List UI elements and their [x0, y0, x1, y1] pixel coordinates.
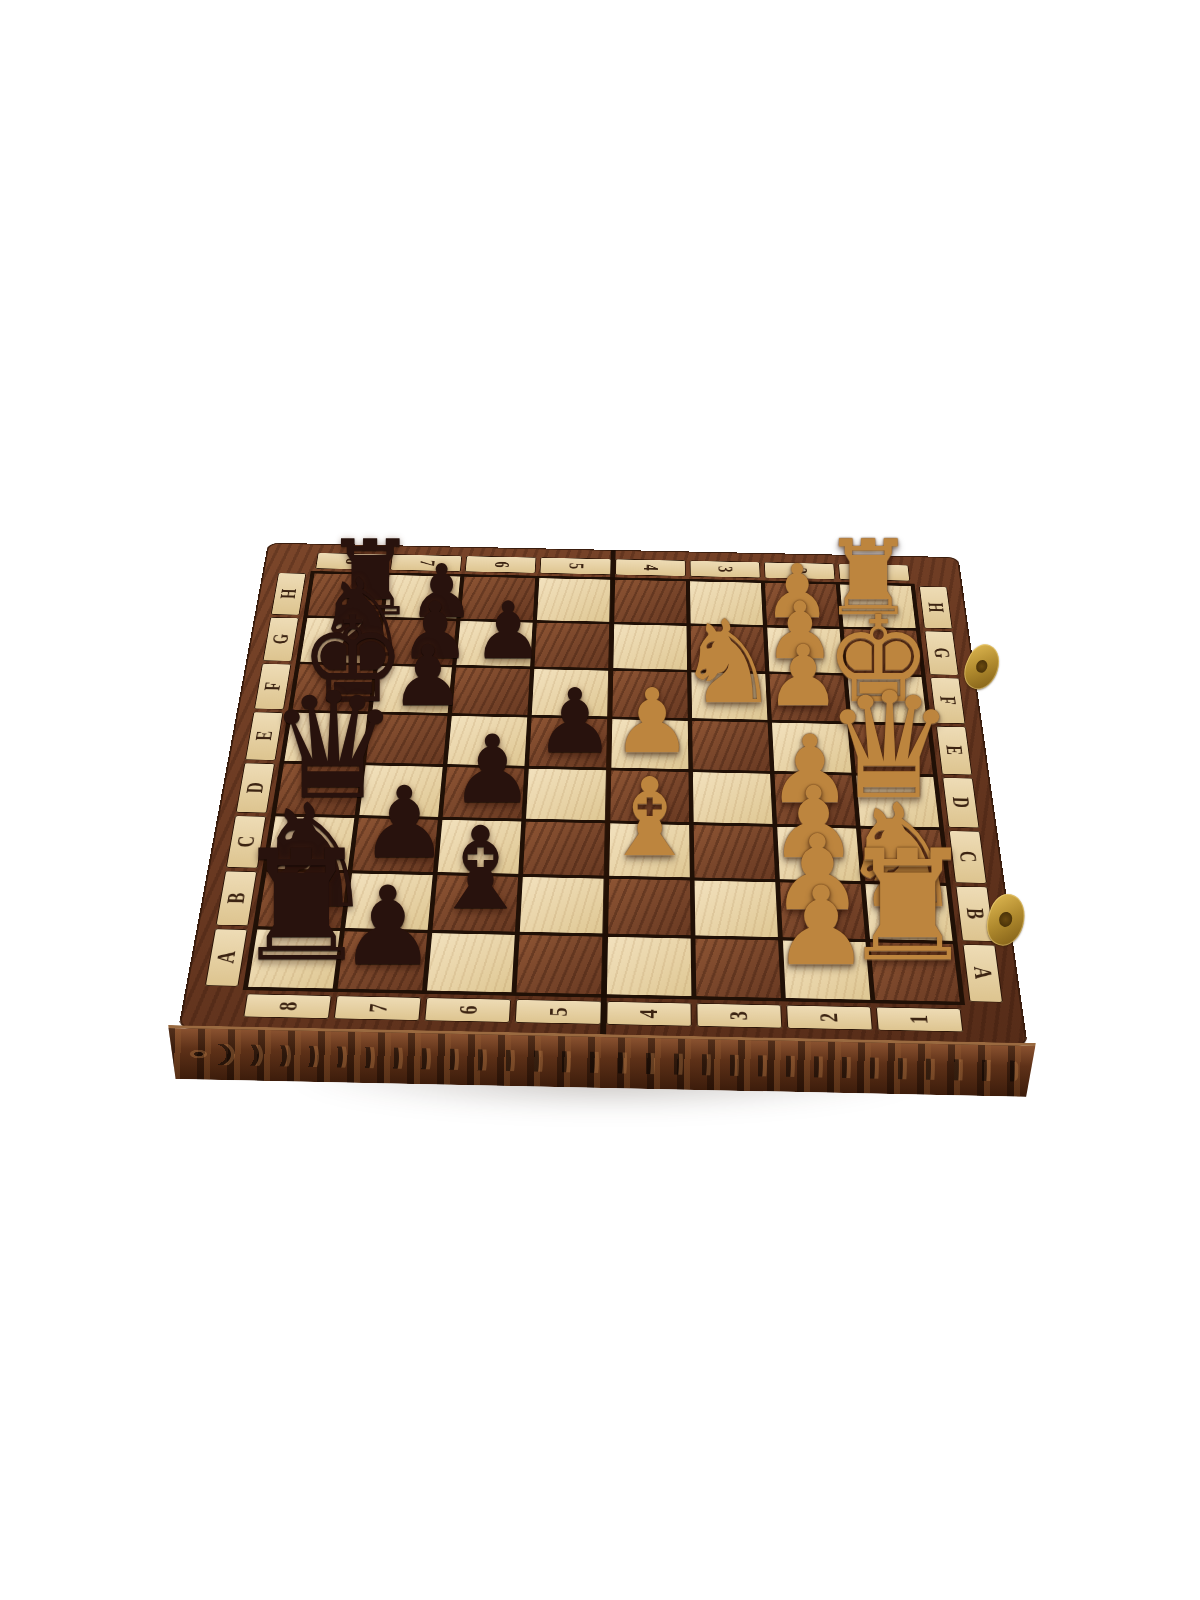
board-square-a4: [606, 937, 691, 996]
board-square-d1: [856, 775, 939, 827]
carved-rope-pattern: [185, 1044, 1019, 1082]
board-square-e1: [852, 724, 933, 774]
rank-label-text: 7: [414, 560, 439, 567]
rank-label: 8: [315, 553, 388, 571]
file-label-text: C: [231, 835, 261, 847]
rank-label: 5: [515, 999, 601, 1024]
file-label-text: B: [221, 892, 251, 904]
board-square-d7: [359, 765, 442, 817]
board-square-f4: [612, 671, 687, 718]
board-square-h2: [765, 583, 839, 627]
board-square-c4: [609, 823, 690, 877]
board-square-e7: [366, 714, 448, 763]
rank-label: 3: [696, 1003, 782, 1028]
rank-label-text: 1: [904, 1015, 935, 1025]
board-square-b4: [608, 879, 691, 936]
board-square-c2: [777, 827, 860, 881]
board-square-e8: [284, 713, 367, 762]
board-square-f7: [372, 666, 452, 713]
board-square-a1: [870, 942, 960, 1001]
rank-label-text: 8: [339, 558, 364, 565]
file-label-text: D: [946, 796, 975, 808]
board-square-g8: [300, 618, 379, 663]
file-label: H: [919, 586, 953, 629]
file-label-text: A: [967, 966, 998, 979]
rank-label-text: 7: [363, 1003, 394, 1013]
board-square-c7: [353, 818, 439, 872]
wooden-chessboard: 87654321 87654321 HGFEDCBA HGFEDCBA: [178, 543, 1028, 1047]
board-square-c3: [693, 825, 775, 879]
board-square-d4: [610, 770, 689, 822]
board-square-h1: [840, 584, 916, 628]
file-label: E: [245, 712, 283, 760]
board-square-e4: [611, 719, 688, 768]
board-square-e3: [692, 721, 770, 771]
rank-label: 5: [540, 557, 611, 575]
board-square-d3: [693, 772, 773, 824]
board-square-a5: [517, 935, 603, 994]
board-square-g4: [613, 624, 687, 669]
board-square-a6: [427, 933, 515, 992]
file-label: C: [949, 830, 987, 883]
file-label: F: [254, 664, 291, 710]
board-square-h3: [690, 581, 763, 625]
file-label-text: D: [241, 782, 270, 793]
file-label-text: G: [928, 648, 955, 659]
rank-label-text: 4: [638, 564, 663, 571]
rank-label-text: 2: [814, 1013, 844, 1023]
rank-label: 6: [424, 997, 511, 1022]
file-label-text: F: [259, 682, 286, 691]
rank-label-text: 3: [724, 1011, 754, 1021]
board-square-f8: [293, 664, 374, 711]
rank-label: 1: [838, 564, 910, 582]
board-square-f1: [848, 676, 927, 724]
rank-label: 2: [764, 562, 836, 580]
board-square-h8: [308, 573, 386, 617]
board-square-b8: [258, 871, 348, 927]
rank-label: 3: [689, 560, 760, 578]
rank-label-text: 3: [712, 566, 737, 573]
file-label: D: [942, 777, 979, 828]
file-label-text: A: [211, 951, 242, 964]
rank-label-text: 1: [861, 569, 886, 576]
file-label: F: [930, 678, 965, 725]
rank-label: 4: [606, 1001, 692, 1026]
product-photo-background: 87654321 87654321 HGFEDCBA HGFEDCBA ♜♞♚♛…: [0, 0, 1200, 1600]
file-label-text: B: [960, 908, 990, 920]
board-square-g3: [690, 626, 765, 671]
rank-label: 2: [786, 1005, 873, 1030]
board-square-e6: [448, 716, 528, 765]
board-square-b7: [345, 873, 433, 929]
file-label: A: [963, 944, 1003, 1002]
rank-label: 6: [465, 556, 537, 574]
rank-label: 7: [390, 554, 462, 572]
board-square-g2: [767, 628, 843, 674]
board-square-c6: [438, 820, 522, 874]
board-square-g6: [457, 621, 533, 666]
board-square-f3: [691, 673, 767, 720]
board-square-b2: [780, 882, 865, 939]
file-label-text: F: [934, 696, 961, 705]
board-square-c5: [523, 821, 605, 875]
board-square-c1: [861, 828, 946, 882]
rank-label: 8: [243, 994, 332, 1019]
board-square-g1: [844, 629, 922, 675]
rank-label-text: 6: [488, 561, 513, 568]
board-square-g5: [535, 623, 610, 668]
board-square-h4: [614, 580, 686, 624]
rank-label-text: 6: [453, 1005, 483, 1015]
file-label: D: [236, 762, 275, 813]
board-square-b6: [433, 875, 519, 932]
rank-label-text: 8: [272, 1001, 303, 1011]
board-square-d2: [774, 774, 855, 826]
board-square-f2: [769, 674, 847, 721]
rank-label-text: 2: [787, 567, 812, 574]
file-label: G: [263, 617, 299, 661]
rank-label-text: 5: [563, 563, 588, 570]
file-label: C: [226, 815, 266, 868]
file-label-text: E: [250, 731, 278, 741]
file-label-text: H: [923, 602, 949, 612]
board-square-b5: [520, 877, 604, 934]
board-square-a8: [248, 929, 340, 988]
board-square-e5: [529, 718, 607, 767]
board-square-d8: [276, 763, 361, 815]
file-label-text: H: [275, 589, 302, 599]
board-square-e2: [772, 723, 852, 773]
file-label: E: [936, 726, 972, 775]
rank-label: 4: [615, 559, 686, 577]
board-square-b1: [865, 884, 952, 941]
board-square-h6: [461, 577, 536, 621]
rank-label-text: 5: [543, 1007, 573, 1017]
board-square-b3: [694, 880, 777, 937]
file-label: H: [271, 573, 306, 616]
board-square-d5: [526, 768, 606, 820]
board-square-a2: [783, 940, 871, 999]
file-label: B: [216, 871, 258, 926]
board-square-f6: [452, 668, 530, 715]
board-square-h7: [384, 575, 460, 619]
rank-label-text: 4: [634, 1009, 664, 1019]
file-label: A: [205, 929, 248, 987]
board-square-a3: [695, 939, 781, 998]
rank-label: 1: [876, 1007, 964, 1032]
board-square-h5: [537, 578, 610, 622]
file-label-text: G: [267, 634, 294, 645]
file-label-text: E: [940, 745, 968, 755]
file-label-text: C: [953, 851, 982, 863]
board-square-f5: [532, 669, 608, 716]
rank-label: 7: [334, 995, 422, 1020]
board-square-c8: [267, 816, 354, 870]
file-label: G: [924, 631, 959, 676]
board-square-a7: [338, 931, 428, 990]
board-square-d6: [443, 767, 525, 819]
board-square-g7: [378, 620, 456, 665]
